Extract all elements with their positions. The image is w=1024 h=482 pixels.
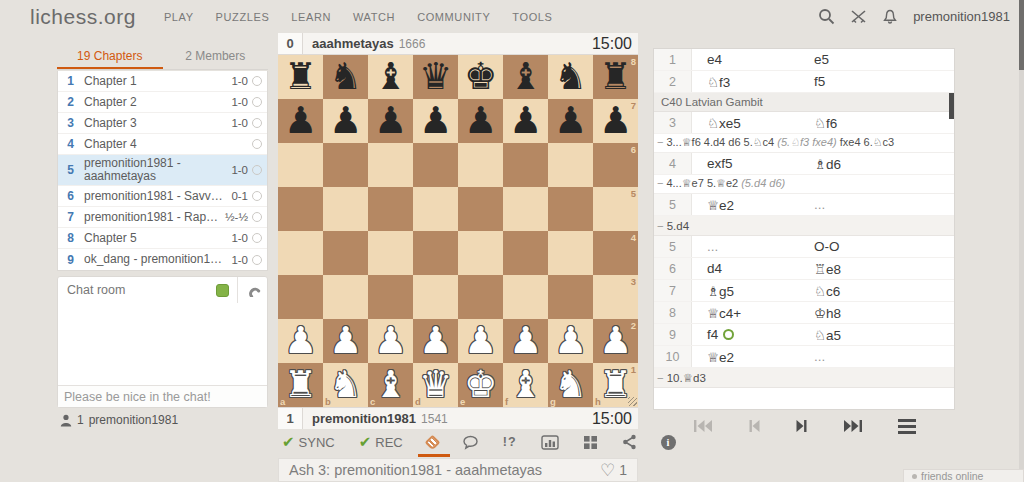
move-number: 1 <box>654 49 692 70</box>
nav-menu-play[interactable]: PLAY <box>164 11 194 23</box>
check-icon: ✔ <box>282 433 295 451</box>
bottom-player-name[interactable]: premonition1981 <box>312 411 416 426</box>
chapter-result: 1-0 <box>231 164 248 176</box>
move-white[interactable]: d4 <box>692 261 812 276</box>
move-black[interactable]: ♘f6 <box>812 115 954 131</box>
chapter-number: 2 <box>62 95 79 109</box>
move-row: 10♕e2... <box>654 346 954 368</box>
member-name[interactable]: premonition1981 <box>89 413 178 427</box>
gear-icon[interactable] <box>252 255 262 265</box>
green-circle-annotation-icon <box>723 329 734 340</box>
piece-white-pawn[interactable]: ♟ <box>413 319 458 363</box>
move-number: 6 <box>654 258 692 279</box>
move-row: 1e4e5 <box>654 49 954 71</box>
square-h1[interactable]: ♜1h <box>593 363 638 407</box>
square-e7[interactable]: ♟ <box>458 99 503 143</box>
collapse-icon[interactable]: − <box>657 372 664 384</box>
chapter-number: 9 <box>62 253 79 267</box>
chart-icon[interactable] <box>541 429 559 455</box>
square-d5[interactable] <box>413 187 458 231</box>
square-e8[interactable]: ♚ <box>458 55 503 99</box>
square-e6[interactable] <box>458 143 503 187</box>
gear-icon[interactable] <box>252 118 262 128</box>
square-d6[interactable] <box>413 143 458 187</box>
chapter-number: 7 <box>62 210 79 224</box>
piece-black-king[interactable]: ♚ <box>458 55 503 99</box>
previous-move-button[interactable] <box>747 419 761 433</box>
square-g6[interactable] <box>548 143 593 187</box>
tag-icon <box>424 434 440 450</box>
square-g4[interactable] <box>548 231 593 275</box>
friends-online-label: friends online <box>921 470 983 482</box>
playback-controls <box>653 412 955 440</box>
chapter-result: 0-1 <box>231 190 248 202</box>
square-a1[interactable]: ♜a <box>278 363 323 407</box>
rank-label: 4 <box>631 232 636 243</box>
move-black[interactable]: ♖e8 <box>812 261 954 277</box>
chat-room: Chat room <box>57 276 268 408</box>
move-number: 2 <box>654 71 692 92</box>
chat-toggle-icon[interactable] <box>216 284 229 297</box>
variation-moves[interactable]: 4...♕e7 5.♕e2 <box>666 177 741 189</box>
rank-label: 5 <box>631 188 636 199</box>
chapter-result: ½-½ <box>225 211 248 223</box>
rank-label: 2 <box>631 320 636 331</box>
move-row: 5...O-O <box>654 236 954 258</box>
move-number: 5 <box>654 236 692 257</box>
move-list-scrollbar-thumb[interactable] <box>949 93 954 119</box>
square-h4[interactable]: 4 <box>593 231 638 275</box>
chess-board: ♜♞♝♛♚♝♞♜8♟♟♟♟♟♟♟♟76543♟♟♟♟♟♟♟♟2♜a♞b♝c♛d♚… <box>278 55 638 407</box>
next-move-button[interactable] <box>795 419 809 433</box>
square-e1[interactable]: ♚e <box>458 363 503 407</box>
square-f3[interactable] <box>503 275 548 319</box>
square-a6[interactable] <box>278 143 323 187</box>
piece-white-bishop[interactable]: ♝ <box>503 363 548 407</box>
move-black[interactable]: ♘c6 <box>812 283 954 299</box>
square-h3[interactable]: 3 <box>593 275 638 319</box>
username-menu[interactable]: premonition1981 <box>913 9 1010 24</box>
friends-online-bar[interactable]: friends online <box>903 469 1024 482</box>
crossed-swords-icon[interactable] <box>850 4 867 30</box>
move-white[interactable]: exf5 <box>692 156 812 171</box>
square-c8[interactable]: ♝ <box>368 55 413 99</box>
chapter-row-7[interactable]: 7premonition1981 - Rapertry½-½ <box>58 207 267 228</box>
chapter-title: Chapter 4 <box>84 138 244 151</box>
square-g2[interactable]: ♟ <box>548 319 593 363</box>
move-row: 3♘xe5♘f6 <box>654 112 954 134</box>
square-h6[interactable]: 6 <box>593 143 638 187</box>
piece-black-pawn[interactable]: ♟ <box>413 99 458 143</box>
collapse-icon[interactable]: − <box>657 136 663 148</box>
sync-label: SYNC <box>299 435 335 450</box>
chapter-row-6[interactable]: 6premonition1981 - Savva_V0-1 <box>58 186 267 207</box>
gear-icon[interactable] <box>252 233 262 243</box>
move-black[interactable]: ... <box>812 197 954 212</box>
window-scrollbar-track[interactable] <box>1019 0 1024 482</box>
square-d7[interactable]: ♟ <box>413 99 458 143</box>
file-label: a <box>280 396 285 407</box>
piece-white-pawn[interactable]: ♟ <box>278 319 323 363</box>
study-toolbar: ✔ SYNC ✔ REC !? i <box>282 429 638 455</box>
sync-toggle[interactable]: ✔ SYNC <box>282 433 335 451</box>
chapter-title: Chapter 1 <box>84 75 227 88</box>
gear-icon[interactable] <box>252 76 262 86</box>
move-number: 8 <box>654 302 692 323</box>
move-black[interactable]: e5 <box>812 52 954 67</box>
file-label: g <box>550 396 556 407</box>
move-white[interactable]: ♘xe5 <box>692 115 812 131</box>
chapter-title: Chapter 2 <box>84 96 227 109</box>
variation-moves[interactable]: 10.♕d3 <box>667 371 706 385</box>
square-h2[interactable]: ♟2 <box>593 319 638 363</box>
chat-title: Chat room <box>67 283 125 297</box>
member-count: 1 premonition1981 <box>60 413 178 427</box>
square-a8[interactable]: ♜ <box>278 55 323 99</box>
chapter-number: 8 <box>62 231 79 245</box>
square-c7[interactable]: ♟ <box>368 99 413 143</box>
move-white[interactable]: ♕e2 <box>692 349 812 365</box>
chat-input[interactable] <box>58 385 267 407</box>
square-a7[interactable]: ♟ <box>278 99 323 143</box>
variation-moves[interactable]: 5.d4 <box>667 220 689 232</box>
study-title-bar: Ash 3: premonition1981 - aaahmetayas ♡ 1 <box>278 458 638 482</box>
square-b2[interactable]: ♟ <box>323 319 368 363</box>
piece-white-pawn[interactable]: ♟ <box>503 319 548 363</box>
tab-chapters[interactable]: 19 Chapters <box>57 44 163 69</box>
chapter-title: premonition1981 - aaahmetayas <box>84 157 227 183</box>
board-resize-handle[interactable] <box>628 397 637 406</box>
square-f7[interactable]: ♟ <box>503 99 548 143</box>
piece-black-knight[interactable]: ♞ <box>548 55 593 99</box>
collapse-icon[interactable]: − <box>657 220 664 232</box>
move-row: 6d4♖e8 <box>654 258 954 280</box>
square-a4[interactable] <box>278 231 323 275</box>
rank-label: 1 <box>631 364 636 375</box>
chapter-row-8[interactable]: 8Chapter 51-0 <box>58 228 267 249</box>
move-row: 9f4♘a5 <box>654 324 954 346</box>
opening-name: C40 Latvian Gambit <box>654 93 954 112</box>
square-d4[interactable] <box>413 231 458 275</box>
collapse-icon[interactable]: − <box>657 177 663 189</box>
move-white[interactable]: ♗g5 <box>692 283 812 299</box>
file-label: f <box>505 396 508 407</box>
move-white[interactable]: ♕c4+ <box>692 305 812 321</box>
file-label: d <box>415 396 421 407</box>
chapter-title: premonition1981 - Rapertry <box>84 211 221 224</box>
nav-menus: PLAYPUZZLESLEARNWATCHCOMMUNITYTOOLS <box>164 11 553 23</box>
variation-moves[interactable]: fxe4 6.♘c3 <box>837 136 895 148</box>
like-button[interactable]: ♡ 1 <box>600 462 627 479</box>
piece-black-bishop[interactable]: ♝ <box>503 55 548 99</box>
move-number: 3 <box>654 112 692 133</box>
variation-expand-row[interactable]: −10.♕d3 <box>654 368 954 388</box>
square-f5[interactable] <box>503 187 548 231</box>
move-list: 1e4e52♘f3f5C40 Latvian Gambit3♘xe5♘f6−3.… <box>653 48 955 410</box>
move-black[interactable]: ♗d6 <box>812 156 954 172</box>
nav-menu-learn[interactable]: LEARN <box>291 11 331 23</box>
square-c4[interactable] <box>368 231 413 275</box>
study-tabs: 19 Chapters 2 Members <box>57 44 268 70</box>
square-g7[interactable]: ♟ <box>548 99 593 143</box>
comment-icon[interactable] <box>462 429 479 455</box>
lichess-logo[interactable]: lichess.org <box>30 5 136 29</box>
move-white[interactable]: ♕e2 <box>692 197 812 213</box>
heart-icon: ♡ <box>600 462 615 479</box>
square-c3[interactable] <box>368 275 413 319</box>
file-label: c <box>370 396 375 407</box>
top-player-bar: 0 aaahmetayas 1666 15:00 <box>278 33 638 55</box>
move-row: 7♗g5♘c6 <box>654 280 954 302</box>
move-number: 4 <box>654 153 692 174</box>
square-e5[interactable] <box>458 187 503 231</box>
file-label: b <box>325 396 331 407</box>
nav-menu-puzzles[interactable]: PUZZLES <box>216 11 270 23</box>
chapter-list: 1Chapter 11-02Chapter 21-03Chapter 31-04… <box>57 71 268 271</box>
square-b6[interactable] <box>323 143 368 187</box>
square-b1[interactable]: ♞b <box>323 363 368 407</box>
variation-line[interactable]: −3...♕f6 4.d4 d6 5.♘c4 (5.♘f3 fxe4) fxe4… <box>654 134 954 153</box>
chapter-title: premonition1981 - Savva_V <box>84 190 227 203</box>
rank-label: 6 <box>631 144 636 155</box>
top-player-name[interactable]: aaahmetayas <box>312 36 394 51</box>
chapter-number: 5 <box>62 163 79 177</box>
bottom-player-score: 1 <box>278 408 303 429</box>
square-d1[interactable]: ♛d <box>413 363 458 407</box>
square-h8[interactable]: ♜8 <box>593 55 638 99</box>
chapter-title: Chapter 5 <box>84 232 227 245</box>
person-icon <box>60 414 72 427</box>
move-black[interactable]: ... <box>812 349 954 364</box>
square-c6[interactable] <box>368 143 413 187</box>
piece-black-rook[interactable]: ♜ <box>278 55 323 99</box>
chapter-row-4[interactable]: 4Chapter 4 <box>58 134 267 155</box>
top-player-clock: 15:00 <box>592 35 632 53</box>
glyphs-button[interactable]: !? <box>503 429 517 455</box>
move-black[interactable]: ♘a5 <box>812 327 954 343</box>
bottom-player-clock: 15:00 <box>592 410 632 428</box>
rank-label: 3 <box>631 276 636 287</box>
variation-expand-row[interactable]: −5.d4 <box>654 216 954 236</box>
chapter-row-1[interactable]: 1Chapter 11-0 <box>58 71 267 92</box>
square-e2[interactable]: ♟ <box>458 319 503 363</box>
active-tool-underline <box>418 454 450 457</box>
variation-moves[interactable]: 3...♕f6 4.d4 d6 5.♘c4 <box>666 136 777 148</box>
tab-members[interactable]: 2 Members <box>163 44 269 69</box>
variation-sub-line[interactable]: (5.♘f3 fxe4) <box>777 136 836 148</box>
piece-white-pawn[interactable]: ♟ <box>458 319 503 363</box>
member-count-number: 1 <box>77 413 84 427</box>
gear-icon[interactable] <box>252 191 262 201</box>
top-nav: lichess.org PLAYPUZZLESLEARNWATCHCOMMUNI… <box>0 0 1024 33</box>
square-f8[interactable]: ♝ <box>503 55 548 99</box>
chapter-number: 3 <box>62 116 79 130</box>
square-h7[interactable]: ♟7 <box>593 99 638 143</box>
square-a3[interactable] <box>278 275 323 319</box>
bottom-player-rating: 1541 <box>421 412 448 426</box>
square-b3[interactable] <box>323 275 368 319</box>
square-g5[interactable] <box>548 187 593 231</box>
square-d2[interactable]: ♟ <box>413 319 458 363</box>
board-grid-icon[interactable] <box>583 429 598 455</box>
move-row: 8♕c4+♔h8 <box>654 302 954 324</box>
square-c2[interactable]: ♟ <box>368 319 413 363</box>
top-player-rating: 1666 <box>399 37 426 51</box>
square-f2[interactable]: ♟ <box>503 319 548 363</box>
square-b7[interactable]: ♟ <box>323 99 368 143</box>
piece-white-pawn[interactable]: ♟ <box>323 319 368 363</box>
chapter-result: 1-0 <box>231 254 248 266</box>
square-e4[interactable] <box>458 231 503 275</box>
piece-white-pawn[interactable]: ♟ <box>368 319 413 363</box>
square-c1[interactable]: ♝c <box>368 363 413 407</box>
top-player-score: 0 <box>278 33 303 54</box>
annotation-tag-button[interactable] <box>427 429 438 455</box>
chat-messages <box>58 303 267 385</box>
rec-toggle[interactable]: ✔ REC <box>359 433 403 451</box>
square-e3[interactable] <box>458 275 503 319</box>
square-b5[interactable] <box>323 187 368 231</box>
square-c5[interactable] <box>368 187 413 231</box>
nav-menu-tools[interactable]: TOOLS <box>512 11 552 23</box>
square-g8[interactable]: ♞ <box>548 55 593 99</box>
piece-black-pawn[interactable]: ♟ <box>458 99 503 143</box>
chapter-row-3[interactable]: 3Chapter 31-0 <box>58 113 267 134</box>
chapter-result: 1-0 <box>231 75 248 87</box>
status-dot-icon <box>912 474 917 479</box>
piece-white-pawn[interactable]: ♟ <box>548 319 593 363</box>
piece-black-pawn[interactable]: ♟ <box>368 99 413 143</box>
piece-black-pawn[interactable]: ♟ <box>323 99 368 143</box>
chapter-number: 1 <box>62 74 79 88</box>
variation-line[interactable]: −4...♕e7 5.♕e2 (5.d4 d6) <box>654 175 954 194</box>
chapter-number: 6 <box>62 189 79 203</box>
square-h5[interactable]: 5 <box>593 187 638 231</box>
nav-menu-community[interactable]: COMMUNITY <box>417 11 490 23</box>
window-scrollbar-thumb[interactable] <box>1019 0 1024 70</box>
move-number: 10 <box>654 346 692 367</box>
chapter-row-9[interactable]: 9ok_dang - premonition19811-0 <box>58 249 267 270</box>
file-label: h <box>595 396 601 407</box>
piece-black-bishop[interactable]: ♝ <box>368 55 413 99</box>
square-g1[interactable]: ♞g <box>548 363 593 407</box>
square-b4[interactable] <box>323 231 368 275</box>
phone-icon[interactable] <box>237 277 267 303</box>
move-white[interactable]: e4 <box>692 52 812 67</box>
chapter-result: 1-0 <box>231 117 248 129</box>
chapter-row-2[interactable]: 2Chapter 21-0 <box>58 92 267 113</box>
first-move-button[interactable] <box>692 419 713 433</box>
square-d3[interactable] <box>413 275 458 319</box>
square-f1[interactable]: ♝f <box>503 363 548 407</box>
chapter-title: ok_dang - premonition1981 <box>84 253 227 266</box>
chapter-number: 4 <box>62 137 79 151</box>
square-f6[interactable] <box>503 143 548 187</box>
move-black[interactable]: f5 <box>812 74 954 89</box>
piece-black-pawn[interactable]: ♟ <box>548 99 593 143</box>
move-white[interactable]: f4 <box>692 327 812 342</box>
square-d8[interactable]: ♛ <box>413 55 458 99</box>
move-number: 5 <box>654 194 692 215</box>
bell-icon[interactable] <box>882 4 898 30</box>
piece-black-pawn[interactable]: ♟ <box>503 99 548 143</box>
move-black[interactable]: ♔h8 <box>812 305 954 321</box>
piece-black-knight[interactable]: ♞ <box>323 55 368 99</box>
square-a5[interactable] <box>278 187 323 231</box>
rank-label: 7 <box>631 100 636 111</box>
chapter-result: 1-0 <box>231 232 248 244</box>
square-a2[interactable]: ♟ <box>278 319 323 363</box>
square-b8[interactable]: ♞ <box>323 55 368 99</box>
search-icon[interactable] <box>818 4 835 30</box>
move-white[interactable]: ... <box>692 239 812 254</box>
chapter-title: Chapter 3 <box>84 117 227 130</box>
share-icon[interactable] <box>622 429 637 455</box>
last-move-button[interactable] <box>843 419 864 433</box>
study-title: Ash 3: premonition1981 - aaahmetayas <box>289 462 542 478</box>
file-label: e <box>460 396 465 407</box>
move-number: 7 <box>654 280 692 301</box>
menu-icon[interactable] <box>898 419 916 434</box>
piece-black-queen[interactable]: ♛ <box>413 55 458 99</box>
move-white[interactable]: ♘f3 <box>692 74 812 90</box>
gear-icon[interactable] <box>252 212 262 222</box>
gear-icon[interactable] <box>252 165 262 175</box>
check-icon: ✔ <box>359 433 372 451</box>
piece-black-pawn[interactable]: ♟ <box>278 99 323 143</box>
bottom-player-bar: 1 premonition1981 1541 15:00 <box>278 407 638 429</box>
move-number: 9 <box>654 324 692 345</box>
like-count: 1 <box>619 462 627 478</box>
move-row: 2♘f3f5 <box>654 71 954 93</box>
chapter-result: 1-0 <box>231 96 248 108</box>
chapter-row-5[interactable]: 5premonition1981 - aaahmetayas1-0 <box>58 155 267 186</box>
move-row: 4exf5♗d6 <box>654 153 954 175</box>
gear-icon[interactable] <box>252 139 262 149</box>
variation-sub-line[interactable]: (5.d4 d6) <box>741 177 785 189</box>
square-g3[interactable] <box>548 275 593 319</box>
square-f4[interactable] <box>503 231 548 275</box>
gear-icon[interactable] <box>252 97 262 107</box>
rec-label: REC <box>375 435 402 450</box>
rank-label: 8 <box>631 56 636 67</box>
move-black[interactable]: O-O <box>812 239 954 254</box>
nav-menu-watch[interactable]: WATCH <box>353 11 395 23</box>
move-row: 5♕e2... <box>654 194 954 216</box>
